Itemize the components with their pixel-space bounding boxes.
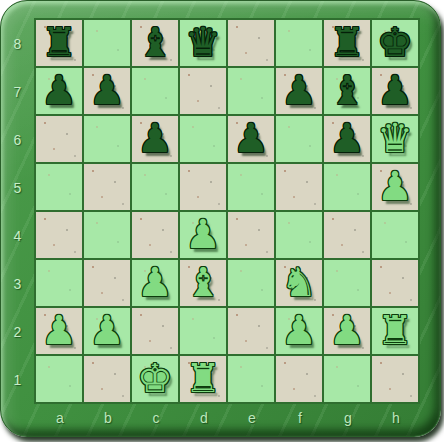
square-a4[interactable] bbox=[36, 212, 82, 258]
piece-white-pawn-d4[interactable]: ♟ bbox=[185, 214, 221, 254]
square-h7[interactable]: ♟ bbox=[372, 68, 418, 114]
square-e3[interactable] bbox=[228, 260, 274, 306]
square-h4[interactable] bbox=[372, 212, 418, 258]
square-a8[interactable]: ♜ bbox=[36, 20, 82, 66]
square-d4[interactable]: ♟ bbox=[180, 212, 226, 258]
file-label-d: d bbox=[180, 404, 228, 432]
square-a2[interactable]: ♟ bbox=[36, 308, 82, 354]
piece-black-bishop-c8[interactable]: ♝ bbox=[137, 22, 173, 62]
square-f4[interactable] bbox=[276, 212, 322, 258]
square-e8[interactable] bbox=[228, 20, 274, 66]
square-g8[interactable]: ♜ bbox=[324, 20, 370, 66]
square-d8[interactable]: ♛ bbox=[180, 20, 226, 66]
piece-white-bishop-d3[interactable]: ♝ bbox=[185, 262, 221, 302]
square-f7[interactable]: ♟ bbox=[276, 68, 322, 114]
square-b5[interactable] bbox=[84, 164, 130, 210]
piece-black-queen-d8[interactable]: ♛ bbox=[185, 22, 221, 62]
piece-black-pawn-h7[interactable]: ♟ bbox=[377, 70, 413, 110]
piece-black-pawn-c6[interactable]: ♟ bbox=[137, 118, 173, 158]
square-d5[interactable] bbox=[180, 164, 226, 210]
piece-white-pawn-a2[interactable]: ♟ bbox=[41, 310, 77, 350]
square-e5[interactable] bbox=[228, 164, 274, 210]
file-label-f: f bbox=[276, 404, 324, 432]
piece-white-king-c1[interactable]: ♚ bbox=[137, 358, 173, 398]
square-c7[interactable] bbox=[132, 68, 178, 114]
square-b1[interactable] bbox=[84, 356, 130, 402]
square-a3[interactable] bbox=[36, 260, 82, 306]
square-c1[interactable]: ♚ bbox=[132, 356, 178, 402]
square-g5[interactable] bbox=[324, 164, 370, 210]
file-label-h: h bbox=[372, 404, 420, 432]
square-f5[interactable] bbox=[276, 164, 322, 210]
piece-white-pawn-g2[interactable]: ♟ bbox=[329, 310, 365, 350]
square-e4[interactable] bbox=[228, 212, 274, 258]
board: ♜♝♛♜♚♟♟♟♝♟♟♟♟♛♟♟♟♝♞♟♟♟♟♜♚♜ bbox=[34, 18, 420, 404]
square-c5[interactable] bbox=[132, 164, 178, 210]
square-b2[interactable]: ♟ bbox=[84, 308, 130, 354]
piece-black-pawn-e6[interactable]: ♟ bbox=[233, 118, 269, 158]
square-g7[interactable]: ♝ bbox=[324, 68, 370, 114]
square-c8[interactable]: ♝ bbox=[132, 20, 178, 66]
square-e2[interactable] bbox=[228, 308, 274, 354]
square-e6[interactable]: ♟ bbox=[228, 116, 274, 162]
piece-white-knight-f3[interactable]: ♞ bbox=[281, 262, 317, 302]
square-d7[interactable] bbox=[180, 68, 226, 114]
rank-label-3: 3 bbox=[1, 260, 34, 308]
piece-white-rook-h2[interactable]: ♜ bbox=[377, 310, 413, 350]
piece-white-rook-d1[interactable]: ♜ bbox=[185, 358, 221, 398]
square-b3[interactable] bbox=[84, 260, 130, 306]
rank-label-1: 1 bbox=[1, 356, 34, 404]
square-a7[interactable]: ♟ bbox=[36, 68, 82, 114]
square-a6[interactable] bbox=[36, 116, 82, 162]
square-b8[interactable] bbox=[84, 20, 130, 66]
square-a5[interactable] bbox=[36, 164, 82, 210]
square-h6[interactable]: ♛ bbox=[372, 116, 418, 162]
square-c6[interactable]: ♟ bbox=[132, 116, 178, 162]
piece-black-pawn-b7[interactable]: ♟ bbox=[89, 70, 125, 110]
piece-white-pawn-h5[interactable]: ♟ bbox=[377, 166, 413, 206]
file-label-e: e bbox=[228, 404, 276, 432]
piece-black-rook-a8[interactable]: ♜ bbox=[41, 22, 77, 62]
piece-white-pawn-f2[interactable]: ♟ bbox=[281, 310, 317, 350]
square-f2[interactable]: ♟ bbox=[276, 308, 322, 354]
square-h8[interactable]: ♚ bbox=[372, 20, 418, 66]
square-b6[interactable] bbox=[84, 116, 130, 162]
square-d1[interactable]: ♜ bbox=[180, 356, 226, 402]
square-h3[interactable] bbox=[372, 260, 418, 306]
rank-label-7: 7 bbox=[1, 68, 34, 116]
piece-black-rook-g8[interactable]: ♜ bbox=[329, 22, 365, 62]
square-b7[interactable]: ♟ bbox=[84, 68, 130, 114]
piece-white-pawn-b2[interactable]: ♟ bbox=[89, 310, 125, 350]
piece-white-queen-h6[interactable]: ♛ bbox=[377, 118, 413, 158]
square-h2[interactable]: ♜ bbox=[372, 308, 418, 354]
square-a1[interactable] bbox=[36, 356, 82, 402]
square-g2[interactable]: ♟ bbox=[324, 308, 370, 354]
rank-label-8: 8 bbox=[1, 20, 34, 68]
file-label-c: c bbox=[132, 404, 180, 432]
square-f1[interactable] bbox=[276, 356, 322, 402]
square-g1[interactable] bbox=[324, 356, 370, 402]
piece-white-pawn-c3[interactable]: ♟ bbox=[137, 262, 173, 302]
file-labels: abcdefgh bbox=[36, 404, 422, 432]
square-d2[interactable] bbox=[180, 308, 226, 354]
square-e1[interactable] bbox=[228, 356, 274, 402]
rank-labels: 87654321 bbox=[1, 20, 34, 404]
square-d3[interactable]: ♝ bbox=[180, 260, 226, 306]
file-label-a: a bbox=[36, 404, 84, 432]
rank-label-6: 6 bbox=[1, 116, 34, 164]
square-c4[interactable] bbox=[132, 212, 178, 258]
square-f6[interactable] bbox=[276, 116, 322, 162]
rank-label-2: 2 bbox=[1, 308, 34, 356]
square-c2[interactable] bbox=[132, 308, 178, 354]
square-h5[interactable]: ♟ bbox=[372, 164, 418, 210]
file-label-g: g bbox=[324, 404, 372, 432]
file-label-b: b bbox=[84, 404, 132, 432]
piece-black-bishop-g7[interactable]: ♝ bbox=[329, 70, 365, 110]
piece-black-pawn-g6[interactable]: ♟ bbox=[329, 118, 365, 158]
square-c3[interactable]: ♟ bbox=[132, 260, 178, 306]
chess-board-frame: 87654321 abcdefgh ♜♝♛♜♚♟♟♟♝♟♟♟♟♛♟♟♟♝♞♟♟♟… bbox=[0, 0, 441, 437]
square-g3[interactable] bbox=[324, 260, 370, 306]
square-e7[interactable] bbox=[228, 68, 274, 114]
piece-black-king-h8[interactable]: ♚ bbox=[377, 22, 413, 62]
square-b4[interactable] bbox=[84, 212, 130, 258]
square-g4[interactable] bbox=[324, 212, 370, 258]
square-h1[interactable] bbox=[372, 356, 418, 402]
rank-label-4: 4 bbox=[1, 212, 34, 260]
piece-black-pawn-a7[interactable]: ♟ bbox=[41, 70, 77, 110]
square-g6[interactable]: ♟ bbox=[324, 116, 370, 162]
square-d6[interactable] bbox=[180, 116, 226, 162]
square-f3[interactable]: ♞ bbox=[276, 260, 322, 306]
rank-label-5: 5 bbox=[1, 164, 34, 212]
piece-black-pawn-f7[interactable]: ♟ bbox=[281, 70, 317, 110]
square-f8[interactable] bbox=[276, 20, 322, 66]
